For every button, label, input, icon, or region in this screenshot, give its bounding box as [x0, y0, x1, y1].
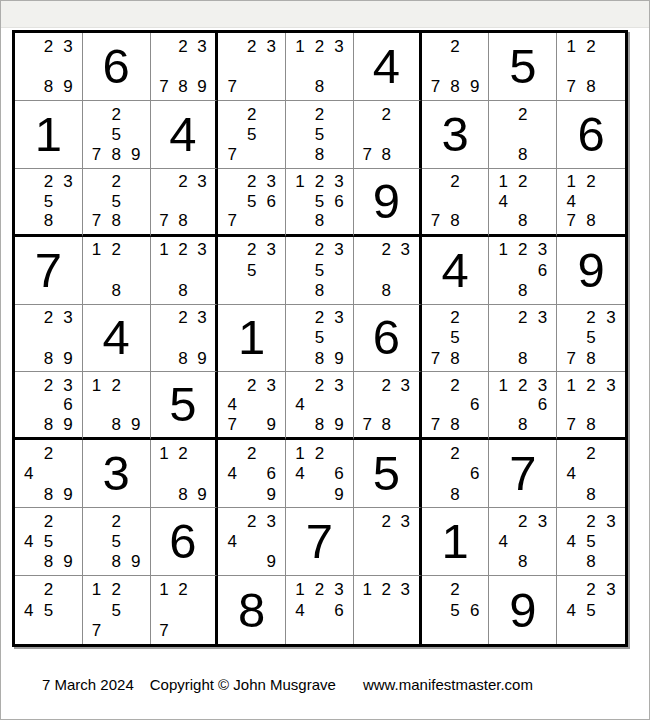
cell-r3c7[interactable]: 278 — [422, 169, 490, 237]
candidate-digit: 3 — [396, 579, 415, 600]
given-digit: 4 — [373, 42, 400, 91]
candidate-digit: 2 — [445, 36, 465, 56]
candidate-digit: 8 — [106, 552, 126, 572]
candidate-digit: 5 — [106, 191, 126, 211]
candidate-digit: 6 — [533, 260, 553, 280]
candidate-digit: 2 — [242, 375, 262, 395]
candidate-digit: 9 — [58, 484, 78, 504]
candidate-digit: 3 — [192, 240, 211, 260]
cell-r1c5[interactable]: 1238 — [286, 33, 354, 101]
candidate-digit: 7 — [561, 415, 581, 435]
candidate-digit: 2 — [106, 104, 126, 124]
cell-r1c1[interactable]: 2389 — [15, 33, 83, 101]
cell-r3c3[interactable]: 2378 — [151, 169, 219, 237]
cell-r8c4[interactable]: 2349 — [218, 508, 286, 576]
cell-r9c5[interactable]: 12346 — [286, 576, 354, 644]
candidate-grid: 2489 — [15, 440, 82, 507]
cell-r6c8[interactable]: 12368 — [489, 372, 557, 440]
candidate-digit: 5 — [242, 124, 262, 144]
candidate-digit: 2 — [173, 443, 192, 463]
candidate-digit: 6 — [329, 464, 349, 484]
candidate-grid: 23458 — [557, 508, 625, 575]
candidate-digit: 8 — [106, 280, 126, 300]
candidate-grid: 2345 — [557, 576, 625, 644]
cell-r3c4[interactable]: 23567 — [218, 169, 286, 237]
candidate-grid: 24589 — [15, 508, 82, 575]
cell-r4c2[interactable]: 128 — [83, 237, 151, 305]
candidate-digit: 2 — [106, 511, 126, 531]
footer: 7 March 2024 Copyright © John Musgrave w… — [42, 676, 533, 693]
given-digit: 7 — [35, 246, 62, 295]
cell-r7c9[interactable]: 248 — [557, 440, 625, 508]
candidate-digit: 3 — [533, 308, 553, 328]
candidate-digit: 3 — [533, 375, 553, 395]
cell-r7c5[interactable]: 12469 — [286, 440, 354, 508]
candidate-digit: 9 — [192, 348, 211, 368]
candidate-digit: 2 — [173, 36, 192, 56]
candidate-digit: 2 — [39, 172, 59, 192]
given-digit: 7 — [306, 517, 333, 566]
cell-r4c7[interactable]: 4 — [422, 237, 490, 305]
candidate-digit: 2 — [513, 375, 533, 395]
candidate-digit: 2 — [513, 511, 533, 531]
cell-r8c3[interactable]: 6 — [151, 508, 219, 576]
candidate-digit: 6 — [329, 191, 349, 211]
candidate-digit: 8 — [106, 211, 126, 231]
cell-r4c4[interactable]: 235 — [218, 237, 286, 305]
footer-copyright: Copyright © John Musgrave — [150, 676, 336, 693]
candidate-digit: 8 — [310, 77, 330, 97]
candidate-digit: 5 — [39, 191, 59, 211]
candidate-digit: 2 — [242, 172, 262, 192]
candidate-digit: 7 — [87, 211, 107, 231]
candidate-grid: 12478 — [557, 169, 625, 234]
candidate-digit: 2 — [445, 172, 465, 192]
candidate-digit: 8 — [581, 211, 601, 231]
candidate-digit: 3 — [396, 240, 415, 260]
candidate-digit: 1 — [290, 36, 310, 56]
cell-r1c9[interactable]: 1278 — [557, 33, 625, 101]
cell-r9c3[interactable]: 127 — [151, 576, 219, 644]
candidate-digit: 7 — [155, 211, 174, 231]
candidate-digit: 6 — [262, 191, 282, 211]
cell-r3c1[interactable]: 2358 — [15, 169, 83, 237]
cell-r9c2[interactable]: 1257 — [83, 576, 151, 644]
candidate-digit: 1 — [493, 375, 513, 395]
candidate-digit: 3 — [262, 36, 282, 56]
cell-r4c6[interactable]: 238 — [354, 237, 422, 305]
candidate-grid: 258 — [286, 101, 353, 168]
candidate-digit: 9 — [465, 77, 485, 97]
candidate-grid: 23689 — [15, 372, 82, 437]
candidate-digit: 4 — [561, 464, 581, 484]
candidate-digit: 2 — [242, 240, 262, 260]
candidate-grid: 28 — [489, 101, 556, 168]
cell-r8c2[interactable]: 2589 — [83, 508, 151, 576]
candidate-digit: 4 — [561, 191, 581, 211]
cell-r4c1[interactable]: 7 — [15, 237, 83, 305]
candidate-digit: 3 — [329, 172, 349, 192]
cell-r6c7[interactable]: 2678 — [422, 372, 490, 440]
candidate-digit: 9 — [58, 552, 78, 572]
candidate-grid: 2358 — [15, 169, 82, 234]
candidate-grid: 25789 — [83, 101, 150, 168]
candidate-digit: 8 — [581, 415, 601, 435]
candidate-digit: 5 — [310, 191, 330, 211]
candidate-digit: 8 — [377, 280, 396, 300]
given-digit: 4 — [169, 110, 196, 159]
candidate-digit: 3 — [396, 375, 415, 395]
candidate-digit: 3 — [533, 240, 553, 260]
cell-r5c6[interactable]: 6 — [354, 305, 422, 373]
candidate-digit: 1 — [493, 240, 513, 260]
candidate-grid: 2378 — [354, 372, 419, 437]
candidate-grid: 23479 — [218, 372, 285, 437]
candidate-digit: 6 — [465, 395, 485, 415]
cell-r8c6[interactable]: 23 — [354, 508, 422, 576]
candidate-grid: 2389 — [151, 305, 216, 372]
candidate-grid: 23567 — [218, 169, 285, 234]
candidate-digit: 1 — [290, 579, 310, 600]
cell-r3c6[interactable]: 9 — [354, 169, 422, 237]
candidate-digit: 2 — [377, 579, 396, 600]
candidate-digit: 2 — [377, 375, 396, 395]
cell-r5c4[interactable]: 1 — [218, 305, 286, 373]
candidate-digit: 1 — [561, 36, 581, 56]
cell-r2c1[interactable]: 1 — [15, 101, 83, 169]
candidate-digit: 8 — [310, 415, 330, 435]
candidate-digit: 2 — [310, 172, 330, 192]
candidate-digit: 3 — [262, 172, 282, 192]
candidate-digit: 2 — [173, 579, 192, 600]
cell-r2c4[interactable]: 257 — [218, 101, 286, 169]
cell-r8c7[interactable]: 1 — [422, 508, 490, 576]
candidate-digit: 8 — [445, 484, 465, 504]
cell-r5c1[interactable]: 2389 — [15, 305, 83, 373]
cell-r2c9[interactable]: 6 — [557, 101, 625, 169]
candidate-digit: 1 — [87, 579, 107, 600]
candidate-digit: 1 — [87, 375, 107, 395]
given-digit: 3 — [103, 449, 130, 498]
cell-r5c2[interactable]: 4 — [83, 305, 151, 373]
candidate-digit: 2 — [445, 375, 465, 395]
candidate-digit: 3 — [601, 511, 621, 531]
candidate-digit: 2 — [513, 172, 533, 192]
cell-r7c4[interactable]: 2469 — [218, 440, 286, 508]
candidate-digit: 8 — [310, 348, 330, 368]
given-digit: 6 — [169, 517, 196, 566]
cell-r6c1[interactable]: 23689 — [15, 372, 83, 440]
candidate-digit: 8 — [39, 211, 59, 231]
candidate-digit: 3 — [58, 375, 78, 395]
cell-r4c8[interactable]: 12368 — [489, 237, 557, 305]
candidate-grid: 245 — [15, 576, 82, 644]
cell-r2c6[interactable]: 278 — [354, 101, 422, 169]
candidate-digit: 7 — [87, 620, 107, 641]
candidate-digit: 7 — [426, 77, 446, 97]
candidate-digit: 8 — [445, 77, 465, 97]
candidate-grid: 12469 — [286, 440, 353, 507]
candidate-digit: 1 — [155, 443, 174, 463]
candidate-digit: 9 — [329, 484, 349, 504]
candidate-grid: 2358 — [286, 237, 353, 304]
cell-r7c6[interactable]: 5 — [354, 440, 422, 508]
candidate-grid: 12368 — [489, 372, 556, 437]
candidate-digit: 3 — [192, 172, 211, 192]
candidate-grid: 1238 — [286, 33, 353, 100]
candidate-digit: 7 — [222, 77, 242, 97]
candidate-digit: 2 — [310, 579, 330, 600]
candidate-grid: 127 — [151, 576, 216, 644]
candidate-digit: 1 — [358, 579, 377, 600]
cell-r8c9[interactable]: 23458 — [557, 508, 625, 576]
candidate-digit: 2 — [106, 240, 126, 260]
cell-r7c3[interactable]: 1289 — [151, 440, 219, 508]
candidate-digit: 5 — [242, 191, 262, 211]
candidate-grid: 256 — [422, 576, 489, 644]
candidate-grid: 238 — [354, 237, 419, 304]
cell-r5c7[interactable]: 2578 — [422, 305, 490, 373]
candidate-grid: 235 — [218, 237, 285, 304]
candidate-digit: 8 — [445, 211, 465, 231]
candidate-digit: 5 — [106, 532, 126, 552]
cell-r1c3[interactable]: 23789 — [151, 33, 219, 101]
given-digit: 9 — [509, 586, 536, 635]
cell-r1c8[interactable]: 5 — [489, 33, 557, 101]
candidate-digit: 2 — [581, 443, 601, 463]
candidate-digit: 3 — [262, 511, 282, 531]
candidate-digit: 3 — [192, 308, 211, 328]
cell-r6c3[interactable]: 5 — [151, 372, 219, 440]
candidate-digit: 4 — [561, 600, 581, 621]
candidate-grid: 2389 — [15, 33, 82, 100]
candidate-digit: 8 — [513, 211, 533, 231]
candidate-digit: 2 — [242, 443, 262, 463]
candidate-digit: 4 — [290, 464, 310, 484]
candidate-digit: 7 — [155, 77, 174, 97]
candidate-digit: 2 — [242, 36, 262, 56]
candidate-digit: 1 — [561, 172, 581, 192]
candidate-grid: 2578 — [83, 169, 150, 234]
candidate-digit: 2 — [106, 375, 126, 395]
candidate-digit: 8 — [173, 348, 192, 368]
cell-r4c3[interactable]: 1238 — [151, 237, 219, 305]
cell-r6c2[interactable]: 1289 — [83, 372, 151, 440]
footer-date: 7 March 2024 — [42, 676, 134, 693]
candidate-digit: 3 — [329, 375, 349, 395]
cell-r9c8[interactable]: 9 — [489, 576, 557, 644]
cell-r6c4[interactable]: 23479 — [218, 372, 286, 440]
cell-r9c4[interactable]: 8 — [218, 576, 286, 644]
given-digit: 3 — [441, 110, 468, 159]
cell-r4c9[interactable]: 9 — [557, 237, 625, 305]
cell-r9c9[interactable]: 2345 — [557, 576, 625, 644]
candidate-digit: 2 — [310, 104, 330, 124]
candidate-digit: 7 — [426, 348, 446, 368]
cell-r6c6[interactable]: 2378 — [354, 372, 422, 440]
given-digit: 1 — [238, 313, 265, 362]
candidate-grid: 2678 — [422, 372, 489, 437]
candidate-digit: 6 — [465, 464, 485, 484]
candidate-grid: 2348 — [489, 508, 556, 575]
candidate-digit: 5 — [581, 600, 601, 621]
cell-r2c2[interactable]: 25789 — [83, 101, 151, 169]
candidate-digit: 8 — [173, 77, 192, 97]
cell-r8c8[interactable]: 2348 — [489, 508, 557, 576]
cell-r3c9[interactable]: 12478 — [557, 169, 625, 237]
candidate-digit: 7 — [358, 144, 377, 164]
candidate-digit: 9 — [329, 415, 349, 435]
cell-r5c3[interactable]: 2389 — [151, 305, 219, 373]
candidate-digit: 5 — [310, 328, 330, 348]
candidate-digit: 3 — [192, 36, 211, 56]
candidate-digit: 2 — [173, 240, 192, 260]
candidate-digit: 8 — [581, 552, 601, 572]
candidate-digit: 7 — [222, 415, 242, 435]
candidate-digit: 7 — [87, 144, 107, 164]
candidate-grid: 2789 — [422, 33, 489, 100]
given-digit: 7 — [509, 449, 536, 498]
candidate-digit: 9 — [262, 415, 282, 435]
cell-r3c8[interactable]: 1248 — [489, 169, 557, 237]
candidate-grid: 23 — [354, 508, 419, 575]
candidate-digit: 2 — [581, 36, 601, 56]
candidate-digit: 5 — [310, 124, 330, 144]
given-digit: 6 — [373, 313, 400, 362]
candidate-digit: 3 — [58, 172, 78, 192]
candidate-digit: 2 — [377, 104, 396, 124]
candidate-digit: 2 — [106, 172, 126, 192]
cell-r7c7[interactable]: 268 — [422, 440, 490, 508]
candidate-digit: 2 — [581, 172, 601, 192]
candidate-digit: 7 — [358, 415, 377, 435]
given-digit: 9 — [373, 177, 400, 226]
candidate-digit: 3 — [329, 579, 349, 600]
candidate-digit: 1 — [290, 443, 310, 463]
candidate-digit: 9 — [58, 415, 78, 435]
candidate-digit: 7 — [561, 77, 581, 97]
candidate-digit: 5 — [581, 532, 601, 552]
cell-r5c8[interactable]: 238 — [489, 305, 557, 373]
cell-r7c2[interactable]: 3 — [83, 440, 151, 508]
candidate-digit: 2 — [310, 375, 330, 395]
candidate-digit: 7 — [222, 211, 242, 231]
candidate-digit: 4 — [19, 600, 39, 621]
candidate-digit: 9 — [192, 484, 211, 504]
candidate-digit: 3 — [329, 36, 349, 56]
candidate-digit: 9 — [262, 484, 282, 504]
cell-r3c5[interactable]: 123568 — [286, 169, 354, 237]
cell-r9c6[interactable]: 123 — [354, 576, 422, 644]
candidate-grid: 23789 — [151, 33, 216, 100]
cell-r8c5[interactable]: 7 — [286, 508, 354, 576]
candidate-digit: 2 — [39, 511, 59, 531]
cell-r5c9[interactable]: 23578 — [557, 305, 625, 373]
candidate-digit: 2 — [173, 172, 192, 192]
candidate-digit: 9 — [58, 348, 78, 368]
candidate-digit: 3 — [601, 579, 621, 600]
candidate-digit: 8 — [173, 280, 192, 300]
candidate-digit: 8 — [513, 552, 533, 572]
candidate-digit: 6 — [329, 600, 349, 621]
candidate-digit: 8 — [173, 211, 192, 231]
candidate-digit: 3 — [262, 240, 282, 260]
cell-r5c5[interactable]: 23589 — [286, 305, 354, 373]
candidate-digit: 7 — [426, 211, 446, 231]
cell-r6c5[interactable]: 23489 — [286, 372, 354, 440]
cell-r2c7[interactable]: 3 — [422, 101, 490, 169]
candidate-digit: 4 — [493, 191, 513, 211]
candidate-digit: 9 — [262, 552, 282, 572]
candidate-grid: 23589 — [286, 305, 353, 372]
candidate-digit: 3 — [58, 308, 78, 328]
candidate-digit: 1 — [561, 375, 581, 395]
cell-r2c8[interactable]: 28 — [489, 101, 557, 169]
candidate-grid: 2578 — [422, 305, 489, 372]
cell-r8c1[interactable]: 24589 — [15, 508, 83, 576]
candidate-digit: 8 — [513, 144, 533, 164]
candidate-digit: 2 — [39, 443, 59, 463]
top-strip — [1, 1, 649, 28]
candidate-digit: 2 — [310, 443, 330, 463]
cell-r4c5[interactable]: 2358 — [286, 237, 354, 305]
candidate-digit: 7 — [155, 620, 174, 641]
candidate-digit: 4 — [19, 532, 39, 552]
candidate-digit: 2 — [513, 308, 533, 328]
candidate-grid: 238 — [489, 305, 556, 372]
given-digit: 8 — [238, 586, 265, 635]
cell-r1c6[interactable]: 4 — [354, 33, 422, 101]
candidate-digit: 5 — [106, 600, 126, 621]
candidate-grid: 268 — [422, 440, 489, 507]
given-digit: 9 — [577, 246, 604, 295]
candidate-digit: 2 — [377, 240, 396, 260]
cell-r3c2[interactable]: 2578 — [83, 169, 151, 237]
candidate-digit: 2 — [310, 240, 330, 260]
candidate-digit: 9 — [58, 77, 78, 97]
candidate-digit: 8 — [39, 484, 59, 504]
candidate-digit: 5 — [106, 124, 126, 144]
candidate-digit: 1 — [155, 579, 174, 600]
cell-r9c7[interactable]: 256 — [422, 576, 490, 644]
candidate-grid: 12378 — [557, 372, 625, 437]
cell-r1c4[interactable]: 237 — [218, 33, 286, 101]
candidate-digit: 7 — [426, 415, 446, 435]
candidate-grid: 1238 — [151, 237, 216, 304]
given-digit: 1 — [35, 110, 62, 159]
candidate-grid: 2389 — [15, 305, 82, 372]
candidate-digit: 6 — [465, 600, 485, 621]
cell-r2c5[interactable]: 258 — [286, 101, 354, 169]
candidate-digit: 2 — [581, 579, 601, 600]
candidate-digit: 2 — [39, 36, 59, 56]
cell-r1c7[interactable]: 2789 — [422, 33, 490, 101]
cell-r9c1[interactable]: 245 — [15, 576, 83, 644]
cell-r2c3[interactable]: 4 — [151, 101, 219, 169]
cell-r7c1[interactable]: 2489 — [15, 440, 83, 508]
candidate-digit: 9 — [329, 348, 349, 368]
cell-r1c2[interactable]: 6 — [83, 33, 151, 101]
given-digit: 5 — [169, 380, 196, 429]
candidate-grid: 1257 — [83, 576, 150, 644]
candidate-digit: 8 — [581, 77, 601, 97]
candidate-digit: 8 — [173, 484, 192, 504]
cell-r6c9[interactable]: 12378 — [557, 372, 625, 440]
candidate-grid: 1278 — [557, 33, 625, 100]
cell-r7c8[interactable]: 7 — [489, 440, 557, 508]
candidate-digit: 8 — [39, 77, 59, 97]
candidate-digit: 7 — [222, 144, 242, 164]
